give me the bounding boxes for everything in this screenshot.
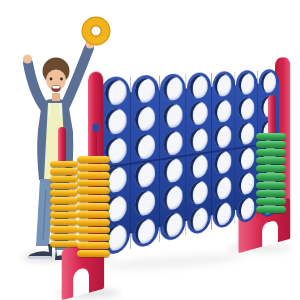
cell-r3-c2 xyxy=(131,131,160,163)
child-neck xyxy=(52,93,60,101)
child-drawstring-left xyxy=(49,104,50,117)
held-ring-inner-edge xyxy=(91,26,101,36)
hole xyxy=(238,147,254,171)
cell-r1-c6 xyxy=(235,71,257,97)
child-arm-left xyxy=(28,63,45,108)
yellow-ring xyxy=(77,203,110,210)
cell-r3-c4 xyxy=(186,125,211,155)
cell-r2-c5 xyxy=(212,97,236,125)
yellow-ring xyxy=(50,183,78,189)
yellow-ring xyxy=(77,242,110,249)
yellow-ring xyxy=(77,227,110,234)
cell-r3-c6 xyxy=(235,120,257,148)
hole xyxy=(215,201,232,227)
green-ring xyxy=(256,157,286,164)
hole xyxy=(163,211,182,239)
hole xyxy=(135,105,155,131)
child-hand-left xyxy=(23,55,32,64)
hole xyxy=(215,124,232,148)
child-arm-right xyxy=(64,48,89,108)
green-ring xyxy=(256,141,286,148)
hole xyxy=(135,133,155,160)
yellow-ring xyxy=(77,172,110,179)
ring-stack-front-left xyxy=(77,156,110,257)
yellow-ring xyxy=(77,219,110,226)
hole xyxy=(215,74,232,97)
yellow-ring xyxy=(50,241,78,247)
yellow-ring xyxy=(50,212,78,218)
yellow-ring xyxy=(50,205,78,211)
green-ring xyxy=(256,198,286,205)
hole xyxy=(238,196,254,221)
yellow-ring xyxy=(50,168,78,174)
yellow-ring xyxy=(77,211,110,218)
hole xyxy=(215,99,232,123)
hole xyxy=(238,72,254,95)
cell-r1-c7 xyxy=(258,70,279,96)
yellow-ring xyxy=(77,250,110,257)
hole xyxy=(190,206,208,233)
yellow-ring xyxy=(77,164,110,171)
hole xyxy=(135,189,155,217)
child-eye-left xyxy=(50,78,53,81)
hole xyxy=(190,75,208,99)
yellow-ring xyxy=(50,234,78,240)
foot-arch-left xyxy=(73,267,89,297)
hole xyxy=(261,71,276,93)
ring-stack-back-left xyxy=(50,161,78,247)
cell-r1-c1 xyxy=(101,77,131,108)
cell-r3-c5 xyxy=(212,122,236,151)
yellow-ring xyxy=(77,195,110,202)
hole xyxy=(135,78,155,104)
hole xyxy=(163,157,182,184)
hole xyxy=(163,184,182,211)
cell-r1-c3 xyxy=(160,74,187,103)
green-ring xyxy=(256,133,286,140)
green-ring xyxy=(256,206,286,213)
yellow-ring xyxy=(77,180,110,187)
scene xyxy=(0,0,300,300)
yellow-ring xyxy=(50,190,78,196)
hole xyxy=(163,103,182,129)
child-teeth xyxy=(52,86,59,89)
child-drawstring-right xyxy=(60,104,61,117)
yellow-ring xyxy=(77,156,110,163)
child-shoe-left xyxy=(28,244,52,258)
child-shoe-left-sole xyxy=(28,256,52,259)
hole xyxy=(190,127,208,152)
green-ring xyxy=(256,190,286,197)
cell-r2-c2 xyxy=(131,103,160,134)
hole xyxy=(105,79,127,106)
cell-r3-c3 xyxy=(160,128,187,159)
cell-r1-c5 xyxy=(212,72,236,99)
yellow-ring xyxy=(77,234,110,241)
held-ring xyxy=(87,22,106,41)
green-ring xyxy=(256,149,286,156)
green-ring xyxy=(256,173,286,180)
child-eye-right xyxy=(60,78,63,81)
cell-r2-c1 xyxy=(101,106,131,138)
yellow-ring xyxy=(77,187,110,194)
green-ring xyxy=(256,182,286,189)
hole xyxy=(135,217,155,246)
yellow-ring xyxy=(50,161,78,167)
cell-r1-c4 xyxy=(186,73,211,101)
foot-arch-right xyxy=(262,220,277,247)
hole xyxy=(190,101,208,126)
yellow-ring xyxy=(50,176,78,182)
hole xyxy=(190,153,208,179)
cell-r2-c4 xyxy=(186,99,211,128)
hole xyxy=(135,161,155,189)
hole xyxy=(238,171,254,196)
hole xyxy=(215,175,232,200)
hole xyxy=(190,180,208,206)
green-ring xyxy=(256,165,286,172)
hole xyxy=(163,130,182,156)
yellow-ring xyxy=(50,219,78,225)
cell-r2-c6 xyxy=(235,95,257,122)
cell-r2-c3 xyxy=(160,101,187,131)
hole xyxy=(163,76,182,101)
cell-r1-c2 xyxy=(131,75,160,105)
hole xyxy=(238,122,254,146)
ring-stack-right xyxy=(256,133,286,213)
hole xyxy=(215,150,232,175)
yellow-ring xyxy=(50,197,78,203)
hole xyxy=(238,97,254,120)
yellow-ring xyxy=(50,226,78,232)
hole xyxy=(105,108,127,135)
